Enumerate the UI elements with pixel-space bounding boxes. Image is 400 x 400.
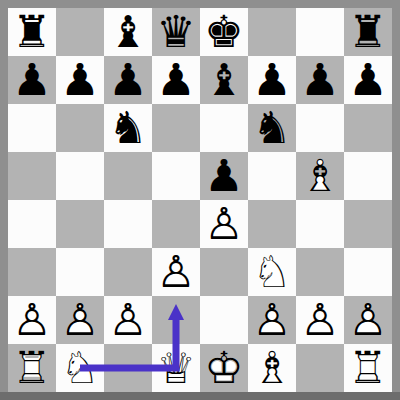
square-c1[interactable]: [104, 344, 152, 392]
square-a7[interactable]: ♟: [8, 56, 56, 104]
square-f2[interactable]: ♟♙: [248, 296, 296, 344]
square-e8[interactable]: ♚: [200, 8, 248, 56]
black-king-e8[interactable]: ♚: [200, 8, 248, 56]
white-pawn-e4[interactable]: ♟♙: [200, 200, 248, 248]
square-d5[interactable]: [152, 152, 200, 200]
bishop-glyph-outline: ♗: [248, 344, 296, 392]
square-c5[interactable]: [104, 152, 152, 200]
white-pawn-g2[interactable]: ♟♙: [296, 296, 344, 344]
square-a6[interactable]: [8, 104, 56, 152]
square-h3[interactable]: [344, 248, 392, 296]
square-b4[interactable]: [56, 200, 104, 248]
black-pawn-h7[interactable]: ♟: [344, 56, 392, 104]
pawn-glyph-outline: ♙: [296, 296, 344, 344]
white-pawn-a2[interactable]: ♟♙: [8, 296, 56, 344]
square-h7[interactable]: ♟: [344, 56, 392, 104]
square-e2[interactable]: [200, 296, 248, 344]
square-g1[interactable]: [296, 344, 344, 392]
black-pawn-f7[interactable]: ♟: [248, 56, 296, 104]
white-pawn-h2[interactable]: ♟♙: [344, 296, 392, 344]
square-e4[interactable]: ♟♙: [200, 200, 248, 248]
square-f8[interactable]: [248, 8, 296, 56]
black-pawn-c7[interactable]: ♟: [104, 56, 152, 104]
square-h5[interactable]: [344, 152, 392, 200]
square-f6[interactable]: ♞: [248, 104, 296, 152]
square-c2[interactable]: ♟♙: [104, 296, 152, 344]
black-bishop-c8[interactable]: ♝: [104, 8, 152, 56]
white-knight-f3[interactable]: ♞♘: [248, 248, 296, 296]
square-d2[interactable]: [152, 296, 200, 344]
board-frame: ♜♝♛♚♜♟♟♟♟♝♟♟♟♞♞♟♝♗♟♙♟♙♞♘♟♙♟♙♟♙♟♙♟♙♟♙♜♖♞♘…: [0, 0, 400, 400]
black-pawn-g7[interactable]: ♟: [296, 56, 344, 104]
square-c4[interactable]: [104, 200, 152, 248]
black-rook-a8[interactable]: ♜: [8, 8, 56, 56]
knight-glyph-outline: ♘: [56, 344, 104, 392]
square-b2[interactable]: ♟♙: [56, 296, 104, 344]
pawn-glyph-outline: ♙: [200, 200, 248, 248]
square-g2[interactable]: ♟♙: [296, 296, 344, 344]
black-queen-d8[interactable]: ♛: [152, 8, 200, 56]
pawn-glyph-outline: ♙: [104, 296, 152, 344]
pawn-glyph-outline: ♙: [248, 296, 296, 344]
square-g5[interactable]: ♝♗: [296, 152, 344, 200]
square-c7[interactable]: ♟: [104, 56, 152, 104]
square-e5[interactable]: ♟: [200, 152, 248, 200]
square-h2[interactable]: ♟♙: [344, 296, 392, 344]
black-bishop-e7[interactable]: ♝: [200, 56, 248, 104]
white-pawn-b2[interactable]: ♟♙: [56, 296, 104, 344]
pawn-glyph-outline: ♙: [344, 296, 392, 344]
square-d1[interactable]: ♛♕: [152, 344, 200, 392]
square-f4[interactable]: [248, 200, 296, 248]
rook-glyph-outline: ♖: [8, 344, 56, 392]
chess-board: ♜♝♛♚♜♟♟♟♟♝♟♟♟♞♞♟♝♗♟♙♟♙♞♘♟♙♟♙♟♙♟♙♟♙♟♙♜♖♞♘…: [8, 8, 392, 392]
square-b3[interactable]: [56, 248, 104, 296]
square-a2[interactable]: ♟♙: [8, 296, 56, 344]
square-a1[interactable]: ♜♖: [8, 344, 56, 392]
black-pawn-e5[interactable]: ♟: [200, 152, 248, 200]
square-d8[interactable]: ♛: [152, 8, 200, 56]
square-e3[interactable]: [200, 248, 248, 296]
white-rook-a1[interactable]: ♜♖: [8, 344, 56, 392]
square-c8[interactable]: ♝: [104, 8, 152, 56]
pawn-glyph-outline: ♙: [8, 296, 56, 344]
board-frame-bottom-edge: [0, 392, 400, 400]
square-h6[interactable]: [344, 104, 392, 152]
black-knight-c6[interactable]: ♞: [104, 104, 152, 152]
square-f3[interactable]: ♞♘: [248, 248, 296, 296]
square-d6[interactable]: [152, 104, 200, 152]
square-h8[interactable]: ♜: [344, 8, 392, 56]
square-g8[interactable]: [296, 8, 344, 56]
white-queen-d1[interactable]: ♛♕: [152, 344, 200, 392]
pawn-glyph-outline: ♙: [152, 248, 200, 296]
white-pawn-c2[interactable]: ♟♙: [104, 296, 152, 344]
bishop-glyph-outline: ♗: [296, 152, 344, 200]
square-f1[interactable]: ♝♗: [248, 344, 296, 392]
square-a4[interactable]: [8, 200, 56, 248]
square-g3[interactable]: [296, 248, 344, 296]
pawn-glyph-outline: ♙: [56, 296, 104, 344]
square-f5[interactable]: [248, 152, 296, 200]
square-h1[interactable]: ♜♖: [344, 344, 392, 392]
square-d7[interactable]: ♟: [152, 56, 200, 104]
square-h4[interactable]: [344, 200, 392, 248]
white-pawn-f2[interactable]: ♟♙: [248, 296, 296, 344]
white-rook-h1[interactable]: ♜♖: [344, 344, 392, 392]
rook-glyph-outline: ♖: [344, 344, 392, 392]
square-c6[interactable]: ♞: [104, 104, 152, 152]
square-b5[interactable]: [56, 152, 104, 200]
square-d3[interactable]: ♟♙: [152, 248, 200, 296]
white-pawn-d3[interactable]: ♟♙: [152, 248, 200, 296]
square-a8[interactable]: ♜: [8, 8, 56, 56]
black-knight-f6[interactable]: ♞: [248, 104, 296, 152]
square-g7[interactable]: ♟: [296, 56, 344, 104]
black-pawn-d7[interactable]: ♟: [152, 56, 200, 104]
white-bishop-g5[interactable]: ♝♗: [296, 152, 344, 200]
square-g4[interactable]: [296, 200, 344, 248]
black-pawn-b7[interactable]: ♟: [56, 56, 104, 104]
square-e7[interactable]: ♝: [200, 56, 248, 104]
square-f7[interactable]: ♟: [248, 56, 296, 104]
white-knight-b1[interactable]: ♞♘: [56, 344, 104, 392]
white-bishop-f1[interactable]: ♝♗: [248, 344, 296, 392]
square-d4[interactable]: [152, 200, 200, 248]
square-e1[interactable]: ♚♔: [200, 344, 248, 392]
square-b6[interactable]: [56, 104, 104, 152]
knight-glyph-outline: ♘: [248, 248, 296, 296]
square-b1[interactable]: ♞♘: [56, 344, 104, 392]
square-b8[interactable]: [56, 8, 104, 56]
square-a5[interactable]: [8, 152, 56, 200]
king-glyph-outline: ♔: [200, 344, 248, 392]
black-rook-h8[interactable]: ♜: [344, 8, 392, 56]
square-g6[interactable]: [296, 104, 344, 152]
square-a3[interactable]: [8, 248, 56, 296]
black-pawn-a7[interactable]: ♟: [8, 56, 56, 104]
square-c3[interactable]: [104, 248, 152, 296]
square-e6[interactable]: [200, 104, 248, 152]
white-king-e1[interactable]: ♚♔: [200, 344, 248, 392]
queen-glyph-outline: ♕: [152, 344, 200, 392]
square-b7[interactable]: ♟: [56, 56, 104, 104]
